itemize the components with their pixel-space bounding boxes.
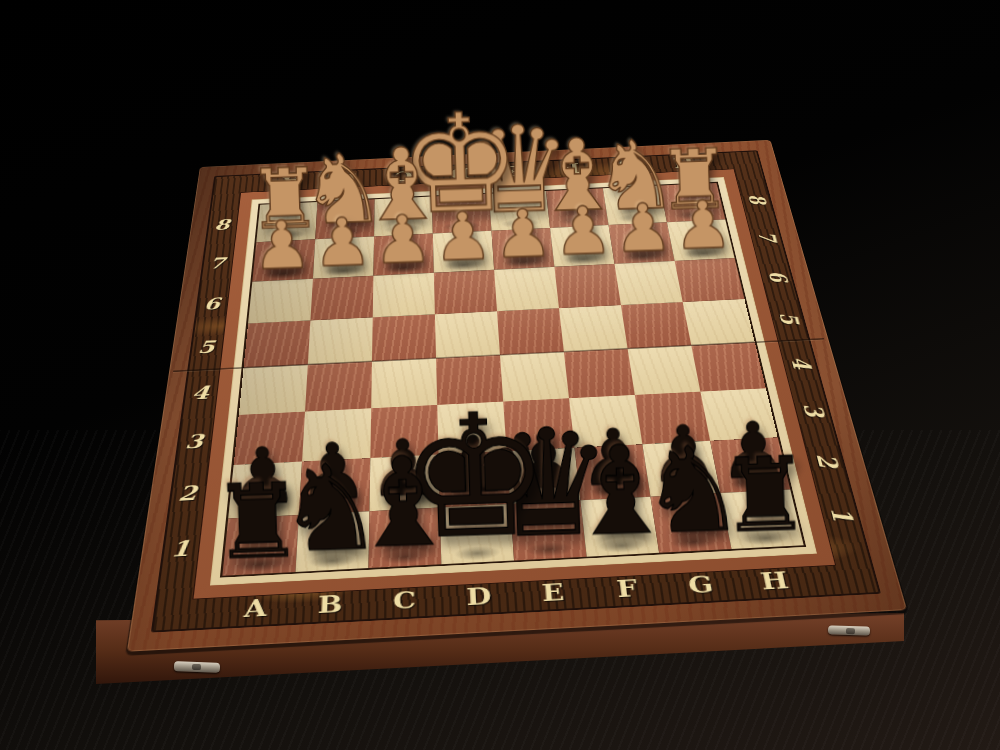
- square-f7: ♟: [550, 225, 614, 267]
- piece-white-pawn-f7: ♟: [553, 199, 614, 263]
- piece-white-pawn-e7: ♟: [493, 202, 554, 266]
- piece-white-pawn-a7: ♟: [251, 213, 312, 278]
- square-a4: [239, 365, 308, 415]
- clasp-pin-icon: [192, 664, 201, 670]
- square-c7: ♟: [373, 234, 433, 276]
- chess-board: ♜♞♝♚♛♝♞♜♟♟♟♟♟♟♟♟♟♟♟♟♟♟♟♟♜♞♝♚♛♝♞♜ 8765432…: [127, 140, 907, 652]
- piece-black-rook-a1: ♜: [210, 471, 305, 571]
- square-c6: [373, 273, 435, 318]
- square-h6: [675, 258, 745, 302]
- clasp-left-icon: [174, 661, 220, 673]
- clasp-right-icon: [828, 625, 870, 635]
- photo-scene: ♜♞♝♚♛♝♞♜♟♟♟♟♟♟♟♟♟♟♟♟♟♟♟♟♜♞♝♚♛♝♞♜ 8765432…: [0, 0, 1000, 750]
- square-d6: [434, 270, 497, 314]
- square-f4: [564, 349, 635, 399]
- square-h7: ♟: [667, 219, 735, 261]
- piece-white-pawn-b7: ♟: [312, 210, 373, 275]
- piece-white-pawn-c7: ♟: [372, 208, 433, 272]
- piece-white-pawn-g7: ♟: [613, 196, 674, 260]
- square-a1: ♜: [222, 515, 299, 576]
- square-b1: ♞: [295, 511, 369, 572]
- playing-field: ♜♞♝♚♛♝♞♜♟♟♟♟♟♟♟♟♟♟♟♟♟♟♟♟♜♞♝♚♛♝♞♜: [222, 183, 803, 576]
- square-e7: ♟: [491, 228, 554, 270]
- piece-white-pawn-d7: ♟: [432, 205, 493, 269]
- square-b7: ♟: [313, 236, 374, 278]
- square-b6: [310, 276, 373, 321]
- square-g7: ♟: [609, 222, 675, 264]
- piece-white-pawn-h7: ♟: [673, 193, 734, 257]
- clasp-pin-icon: [846, 628, 855, 634]
- square-d7: ♟: [433, 231, 494, 273]
- square-a7: ♟: [252, 239, 315, 281]
